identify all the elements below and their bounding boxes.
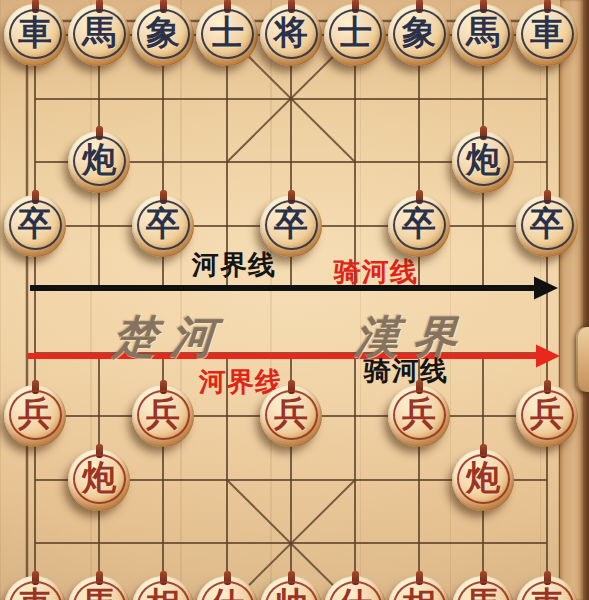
piece-black-horse[interactable]: 馬 <box>452 4 514 66</box>
piece-red-horse[interactable]: 馬 <box>68 576 130 600</box>
piece-character: 車 <box>4 4 66 62</box>
xiangqi-board: 楚河 漢界 河界线 骑河线 河界线 骑河线 車馬象士将士象馬車炮炮卒卒卒卒卒兵兵… <box>0 0 589 600</box>
piece-character: 兵 <box>4 385 66 443</box>
piece-character: 卒 <box>516 195 578 253</box>
piece-red-general[interactable]: 帅 <box>260 576 322 600</box>
piece-black-chariot[interactable]: 車 <box>516 4 578 66</box>
drawer-handle[interactable] <box>576 327 589 392</box>
piece-character: 炮 <box>452 449 514 507</box>
piece-red-horse[interactable]: 馬 <box>452 576 514 600</box>
piece-character: 象 <box>388 4 450 62</box>
piece-character: 馬 <box>452 576 514 600</box>
piece-red-soldier[interactable]: 兵 <box>516 385 578 447</box>
piece-character: 卒 <box>4 195 66 253</box>
piece-character: 車 <box>516 4 578 62</box>
piece-character: 仕 <box>324 576 386 600</box>
piece-black-cannon[interactable]: 炮 <box>68 131 130 193</box>
piece-red-chariot[interactable]: 車 <box>4 576 66 600</box>
piece-red-cannon[interactable]: 炮 <box>68 449 130 511</box>
piece-character: 炮 <box>68 131 130 189</box>
piece-black-cannon[interactable]: 炮 <box>452 131 514 193</box>
piece-character: 車 <box>4 576 66 600</box>
piece-character: 兵 <box>388 385 450 443</box>
board-edge <box>583 0 589 600</box>
board-grid <box>0 0 589 600</box>
label-riding-river-line-red: 骑河线 <box>334 258 418 285</box>
piece-character: 卒 <box>132 195 194 253</box>
piece-black-soldier[interactable]: 卒 <box>388 195 450 257</box>
piece-character: 士 <box>324 4 386 62</box>
piece-character: 兵 <box>260 385 322 443</box>
piece-character: 馬 <box>68 576 130 600</box>
label-riding-river-line-black: 骑河线 <box>364 357 448 384</box>
piece-black-general[interactable]: 将 <box>260 4 322 66</box>
piece-red-advisor[interactable]: 仕 <box>196 576 258 600</box>
piece-red-chariot[interactable]: 車 <box>516 576 578 600</box>
label-river-boundary-line-black: 河界线 <box>192 251 276 278</box>
piece-black-soldier[interactable]: 卒 <box>4 195 66 257</box>
piece-character: 仕 <box>196 576 258 600</box>
board-border <box>27 21 560 600</box>
piece-black-soldier[interactable]: 卒 <box>132 195 194 257</box>
piece-character: 兵 <box>516 385 578 443</box>
piece-character: 炮 <box>68 449 130 507</box>
piece-character: 相 <box>388 576 450 600</box>
piece-character: 象 <box>132 4 194 62</box>
black-arrow-riverbank <box>30 277 558 300</box>
piece-character: 士 <box>196 4 258 62</box>
piece-character: 炮 <box>452 131 514 189</box>
piece-black-soldier[interactable]: 卒 <box>260 195 322 257</box>
red-arrow-riverbank <box>28 345 560 368</box>
piece-character: 卒 <box>260 195 322 253</box>
piece-character: 卒 <box>388 195 450 253</box>
piece-red-cannon[interactable]: 炮 <box>452 449 514 511</box>
piece-character: 兵 <box>132 385 194 443</box>
piece-black-elephant[interactable]: 象 <box>388 4 450 66</box>
piece-black-advisor[interactable]: 士 <box>324 4 386 66</box>
piece-black-advisor[interactable]: 士 <box>196 4 258 66</box>
piece-character: 馬 <box>68 4 130 62</box>
piece-red-elephant[interactable]: 相 <box>388 576 450 600</box>
piece-black-soldier[interactable]: 卒 <box>516 195 578 257</box>
piece-character: 馬 <box>452 4 514 62</box>
piece-red-elephant[interactable]: 相 <box>132 576 194 600</box>
piece-character: 相 <box>132 576 194 600</box>
piece-red-soldier[interactable]: 兵 <box>388 385 450 447</box>
piece-red-soldier[interactable]: 兵 <box>4 385 66 447</box>
piece-character: 将 <box>260 4 322 62</box>
river-label-chu-river: 楚河 <box>111 308 231 367</box>
piece-red-advisor[interactable]: 仕 <box>324 576 386 600</box>
side-plank <box>560 0 583 600</box>
piece-character: 車 <box>516 576 578 600</box>
piece-red-soldier[interactable]: 兵 <box>260 385 322 447</box>
piece-character: 帅 <box>260 576 322 600</box>
piece-black-horse[interactable]: 馬 <box>68 4 130 66</box>
piece-red-soldier[interactable]: 兵 <box>132 385 194 447</box>
piece-black-chariot[interactable]: 車 <box>4 4 66 66</box>
piece-black-elephant[interactable]: 象 <box>132 4 194 66</box>
